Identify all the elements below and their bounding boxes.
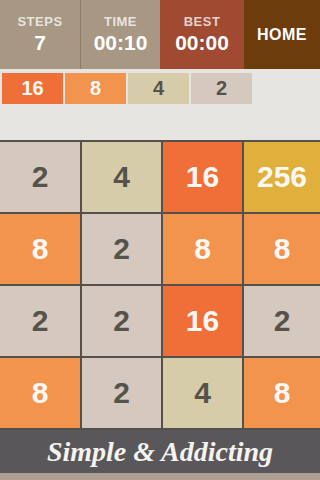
tile-r2c3: 8 [163,214,242,284]
steps-value: 7 [34,31,46,55]
game-board[interactable]: 24162568288221628248 [0,140,320,430]
home-button[interactable]: HOME [244,0,320,69]
tile-r3c2: 2 [82,286,161,356]
legend-tile-8: 8 [65,73,126,104]
tile-r3c1: 2 [0,286,80,356]
time-label: TIME [104,14,137,29]
legend-tile-16: 16 [2,73,63,104]
game-app: STEPS 7 TIME 00:10 BEST 00:00 HOME 16842… [0,0,320,480]
legend-tile-4: 4 [128,73,189,104]
time-counter: TIME 00:10 [80,0,160,69]
tile-r4c2: 2 [82,358,161,428]
steps-label: STEPS [17,14,62,29]
best-label: BEST [184,14,221,29]
best-value: 00:00 [175,31,229,55]
tile-r1c4: 256 [244,142,320,212]
tile-r4c1: 8 [0,358,80,428]
tile-r4c3: 4 [163,358,242,428]
top-bar: STEPS 7 TIME 00:10 BEST 00:00 HOME [0,0,320,69]
tagline-text: Simple & Addicting [47,436,273,468]
tile-r3c3: 16 [163,286,242,356]
tile-r2c1: 8 [0,214,80,284]
time-value: 00:10 [94,31,148,55]
legend-tile-2: 2 [191,73,252,104]
tile-r1c1: 2 [0,142,80,212]
tile-r3c4: 2 [244,286,320,356]
tile-r2c4: 8 [244,214,320,284]
tile-r4c4: 8 [244,358,320,428]
steps-counter: STEPS 7 [0,0,80,69]
bottom-strip [0,473,320,480]
merge-legend: 16842 [2,73,320,104]
best-counter: BEST 00:00 [160,0,244,69]
tile-r1c3: 16 [163,142,242,212]
tile-r2c2: 2 [82,214,161,284]
tagline-banner: Simple & Addicting [0,430,320,473]
tile-r1c2: 4 [82,142,161,212]
